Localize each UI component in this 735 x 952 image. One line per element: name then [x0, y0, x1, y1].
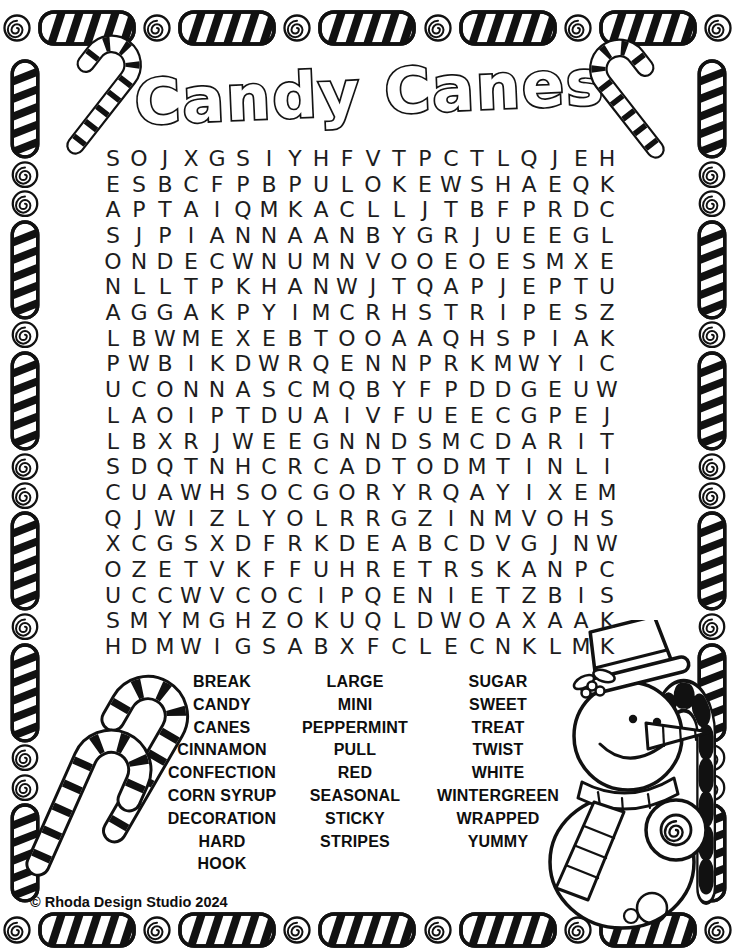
- grid-cell[interactable]: E: [204, 326, 230, 352]
- grid-cell[interactable]: N: [204, 377, 230, 403]
- grid-cell[interactable]: G: [126, 300, 152, 326]
- grid-cell[interactable]: C: [594, 352, 620, 378]
- grid-cell[interactable]: R: [542, 197, 568, 223]
- grid-cell[interactable]: D: [230, 532, 256, 558]
- grid-cell[interactable]: R: [282, 454, 308, 480]
- grid-cell[interactable]: C: [334, 197, 360, 223]
- grid-cell[interactable]: C: [152, 583, 178, 609]
- grid-cell[interactable]: G: [386, 506, 412, 532]
- grid-cell[interactable]: X: [542, 480, 568, 506]
- grid-cell[interactable]: A: [308, 223, 334, 249]
- grid-cell[interactable]: L: [568, 454, 594, 480]
- word-list-item[interactable]: HOOK: [124, 853, 320, 876]
- grid-cell[interactable]: W: [438, 609, 464, 635]
- grid-cell[interactable]: S: [100, 609, 126, 635]
- grid-cell[interactable]: C: [464, 429, 490, 455]
- grid-cell[interactable]: E: [256, 429, 282, 455]
- grid-cell[interactable]: S: [126, 172, 152, 198]
- grid-cell[interactable]: L: [386, 197, 412, 223]
- grid-cell[interactable]: V: [204, 583, 230, 609]
- grid-cell[interactable]: Y: [490, 480, 516, 506]
- grid-cell[interactable]: P: [542, 403, 568, 429]
- grid-cell[interactable]: L: [152, 275, 178, 301]
- grid-cell[interactable]: A: [100, 197, 126, 223]
- word-list-item[interactable]: LARGE: [288, 671, 422, 694]
- grid-cell[interactable]: L: [594, 223, 620, 249]
- grid-cell[interactable]: M: [178, 609, 204, 635]
- grid-cell[interactable]: M: [308, 300, 334, 326]
- grid-cell[interactable]: W: [152, 326, 178, 352]
- grid-cell[interactable]: N: [334, 249, 360, 275]
- grid-cell[interactable]: U: [100, 583, 126, 609]
- grid-cell[interactable]: M: [126, 609, 152, 635]
- grid-cell[interactable]: J: [412, 197, 438, 223]
- word-list-item[interactable]: SUGAR: [418, 671, 578, 694]
- grid-cell[interactable]: O: [256, 583, 282, 609]
- grid-cell[interactable]: C: [100, 480, 126, 506]
- grid-cell[interactable]: E: [594, 249, 620, 275]
- grid-cell[interactable]: E: [282, 429, 308, 455]
- grid-cell[interactable]: U: [126, 480, 152, 506]
- grid-cell[interactable]: V: [204, 557, 230, 583]
- grid-cell[interactable]: D: [568, 197, 594, 223]
- grid-cell[interactable]: W: [438, 172, 464, 198]
- word-list-item[interactable]: MINI: [288, 694, 422, 717]
- grid-cell[interactable]: Y: [386, 377, 412, 403]
- grid-cell[interactable]: W: [126, 352, 152, 378]
- grid-cell[interactable]: Y: [386, 223, 412, 249]
- grid-cell[interactable]: E: [438, 249, 464, 275]
- grid-cell[interactable]: C: [126, 532, 152, 558]
- grid-cell[interactable]: A: [308, 197, 334, 223]
- grid-cell[interactable]: H: [100, 634, 126, 660]
- grid-cell[interactable]: K: [594, 634, 620, 660]
- grid-cell[interactable]: T: [230, 403, 256, 429]
- grid-cell[interactable]: K: [464, 352, 490, 378]
- grid-cell[interactable]: G: [568, 223, 594, 249]
- grid-cell[interactable]: U: [100, 377, 126, 403]
- grid-cell[interactable]: P: [412, 352, 438, 378]
- grid-cell[interactable]: C: [594, 557, 620, 583]
- grid-cell[interactable]: N: [100, 275, 126, 301]
- grid-cell[interactable]: B: [464, 197, 490, 223]
- grid-cell[interactable]: R: [334, 506, 360, 532]
- grid-cell[interactable]: B: [360, 377, 386, 403]
- grid-cell[interactable]: M: [490, 506, 516, 532]
- grid-cell[interactable]: C: [204, 249, 230, 275]
- grid-cell[interactable]: A: [490, 609, 516, 635]
- word-list-item[interactable]: WHITE: [418, 762, 578, 785]
- grid-cell[interactable]: M: [594, 480, 620, 506]
- word-list-item[interactable]: PULL: [288, 739, 422, 762]
- grid-cell[interactable]: I: [256, 146, 282, 172]
- grid-cell[interactable]: N: [412, 583, 438, 609]
- grid-cell[interactable]: H: [568, 506, 594, 532]
- grid-cell[interactable]: I: [204, 634, 230, 660]
- grid-cell[interactable]: L: [100, 429, 126, 455]
- grid-cell[interactable]: F: [256, 557, 282, 583]
- grid-cell[interactable]: T: [464, 146, 490, 172]
- grid-cell[interactable]: S: [568, 300, 594, 326]
- grid-cell[interactable]: U: [282, 403, 308, 429]
- grid-cell[interactable]: B: [282, 326, 308, 352]
- grid-cell[interactable]: G: [516, 532, 542, 558]
- grid-cell[interactable]: V: [360, 146, 386, 172]
- grid-cell[interactable]: I: [334, 403, 360, 429]
- grid-cell[interactable]: E: [438, 403, 464, 429]
- grid-cell[interactable]: R: [542, 429, 568, 455]
- grid-cell[interactable]: O: [542, 506, 568, 532]
- grid-cell[interactable]: X: [204, 532, 230, 558]
- grid-cell[interactable]: A: [152, 480, 178, 506]
- grid-cell[interactable]: N: [360, 429, 386, 455]
- grid-cell[interactable]: L: [412, 634, 438, 660]
- grid-cell[interactable]: F: [282, 557, 308, 583]
- grid-cell[interactable]: C: [282, 583, 308, 609]
- grid-cell[interactable]: N: [542, 557, 568, 583]
- grid-cell[interactable]: O: [334, 480, 360, 506]
- grid-cell[interactable]: J: [594, 403, 620, 429]
- grid-cell[interactable]: J: [204, 429, 230, 455]
- grid-cell[interactable]: B: [360, 223, 386, 249]
- grid-cell[interactable]: D: [360, 454, 386, 480]
- grid-cell[interactable]: Y: [282, 146, 308, 172]
- grid-cell[interactable]: I: [568, 429, 594, 455]
- grid-cell[interactable]: H: [230, 609, 256, 635]
- grid-cell[interactable]: X: [334, 634, 360, 660]
- word-list-item[interactable]: RED: [288, 762, 422, 785]
- grid-cell[interactable]: B: [152, 352, 178, 378]
- grid-cell[interactable]: T: [568, 275, 594, 301]
- grid-cell[interactable]: S: [230, 480, 256, 506]
- grid-cell[interactable]: Q: [334, 377, 360, 403]
- grid-cell[interactable]: P: [152, 223, 178, 249]
- grid-cell[interactable]: I: [568, 583, 594, 609]
- grid-cell[interactable]: P: [230, 172, 256, 198]
- grid-cell[interactable]: Y: [152, 609, 178, 635]
- grid-cell[interactable]: P: [516, 197, 542, 223]
- grid-cell[interactable]: B: [412, 532, 438, 558]
- grid-cell[interactable]: E: [386, 583, 412, 609]
- grid-cell[interactable]: V: [360, 249, 386, 275]
- grid-cell[interactable]: C: [282, 377, 308, 403]
- grid-cell[interactable]: A: [178, 197, 204, 223]
- grid-cell[interactable]: J: [464, 223, 490, 249]
- grid-cell[interactable]: A: [412, 326, 438, 352]
- grid-cell[interactable]: F: [334, 146, 360, 172]
- grid-cell[interactable]: F: [360, 634, 386, 660]
- grid-cell[interactable]: M: [178, 326, 204, 352]
- grid-cell[interactable]: P: [568, 557, 594, 583]
- grid-cell[interactable]: G: [204, 146, 230, 172]
- grid-cell[interactable]: C: [282, 480, 308, 506]
- grid-cell[interactable]: S: [464, 172, 490, 198]
- grid-cell[interactable]: I: [568, 352, 594, 378]
- grid-cell[interactable]: W: [516, 352, 542, 378]
- grid-cell[interactable]: C: [126, 583, 152, 609]
- grid-cell[interactable]: I: [204, 197, 230, 223]
- grid-cell[interactable]: Q: [412, 275, 438, 301]
- grid-cell[interactable]: W: [230, 429, 256, 455]
- grid-cell[interactable]: A: [542, 609, 568, 635]
- grid-cell[interactable]: E: [412, 172, 438, 198]
- grid-cell[interactable]: R: [360, 480, 386, 506]
- grid-cell[interactable]: F: [386, 403, 412, 429]
- grid-cell[interactable]: J: [542, 532, 568, 558]
- grid-cell[interactable]: M: [438, 429, 464, 455]
- grid-cell[interactable]: S: [490, 326, 516, 352]
- word-list-item[interactable]: YUMMY: [418, 831, 578, 854]
- grid-cell[interactable]: S: [464, 557, 490, 583]
- grid-cell[interactable]: O: [360, 326, 386, 352]
- grid-cell[interactable]: K: [308, 609, 334, 635]
- grid-cell[interactable]: C: [438, 146, 464, 172]
- grid-cell[interactable]: K: [230, 557, 256, 583]
- word-list-item[interactable]: STRIPES: [288, 831, 422, 854]
- grid-cell[interactable]: D: [412, 609, 438, 635]
- grid-cell[interactable]: N: [230, 223, 256, 249]
- grid-cell[interactable]: M: [464, 454, 490, 480]
- grid-cell[interactable]: M: [542, 249, 568, 275]
- grid-cell[interactable]: M: [490, 352, 516, 378]
- grid-cell[interactable]: O: [256, 480, 282, 506]
- grid-cell[interactable]: C: [464, 634, 490, 660]
- grid-cell[interactable]: R: [282, 532, 308, 558]
- grid-cell[interactable]: D: [490, 377, 516, 403]
- grid-cell[interactable]: I: [308, 583, 334, 609]
- grid-cell[interactable]: T: [386, 275, 412, 301]
- grid-cell[interactable]: Y: [256, 300, 282, 326]
- grid-cell[interactable]: L: [100, 403, 126, 429]
- grid-cell[interactable]: X: [178, 146, 204, 172]
- grid-cell[interactable]: C: [334, 300, 360, 326]
- grid-cell[interactable]: I: [178, 506, 204, 532]
- word-list-item[interactable]: WRAPPED: [418, 808, 578, 831]
- grid-cell[interactable]: I: [178, 352, 204, 378]
- grid-cell[interactable]: N: [360, 352, 386, 378]
- grid-cell[interactable]: E: [568, 403, 594, 429]
- word-list-item[interactable]: WINTERGREEN: [418, 785, 578, 808]
- grid-cell[interactable]: K: [594, 326, 620, 352]
- grid-cell[interactable]: J: [490, 275, 516, 301]
- grid-cell[interactable]: G: [230, 634, 256, 660]
- grid-cell[interactable]: R: [360, 300, 386, 326]
- grid-cell[interactable]: C: [308, 454, 334, 480]
- grid-cell[interactable]: T: [178, 454, 204, 480]
- grid-cell[interactable]: O: [100, 557, 126, 583]
- grid-cell[interactable]: U: [308, 172, 334, 198]
- grid-cell[interactable]: T: [178, 557, 204, 583]
- grid-cell[interactable]: D: [230, 352, 256, 378]
- grid-cell[interactable]: D: [464, 377, 490, 403]
- grid-cell[interactable]: U: [308, 557, 334, 583]
- grid-cell[interactable]: B: [308, 634, 334, 660]
- grid-cell[interactable]: S: [412, 429, 438, 455]
- grid-cell[interactable]: A: [204, 223, 230, 249]
- grid-cell[interactable]: I: [516, 454, 542, 480]
- word-list-item[interactable]: TREAT: [418, 717, 578, 740]
- grid-cell[interactable]: N: [204, 454, 230, 480]
- grid-cell[interactable]: E: [386, 557, 412, 583]
- grid-cell[interactable]: A: [386, 326, 412, 352]
- grid-cell[interactable]: E: [568, 146, 594, 172]
- grid-cell[interactable]: S: [594, 506, 620, 532]
- grid-cell[interactable]: R: [178, 429, 204, 455]
- grid-cell[interactable]: O: [100, 249, 126, 275]
- grid-cell[interactable]: N: [464, 506, 490, 532]
- grid-cell[interactable]: F: [204, 172, 230, 198]
- grid-cell[interactable]: J: [126, 223, 152, 249]
- grid-cell[interactable]: W: [178, 480, 204, 506]
- grid-cell[interactable]: H: [464, 326, 490, 352]
- grid-cell[interactable]: S: [230, 146, 256, 172]
- grid-cell[interactable]: J: [542, 146, 568, 172]
- grid-cell[interactable]: W: [256, 352, 282, 378]
- grid-cell[interactable]: E: [516, 223, 542, 249]
- grid-cell[interactable]: P: [126, 197, 152, 223]
- grid-cell[interactable]: Y: [542, 352, 568, 378]
- grid-cell[interactable]: V: [360, 403, 386, 429]
- grid-cell[interactable]: T: [386, 146, 412, 172]
- grid-cell[interactable]: K: [204, 300, 230, 326]
- grid-cell[interactable]: E: [542, 377, 568, 403]
- grid-cell[interactable]: E: [516, 275, 542, 301]
- grid-cell[interactable]: O: [464, 249, 490, 275]
- grid-cell[interactable]: U: [568, 377, 594, 403]
- grid-cell[interactable]: M: [308, 249, 334, 275]
- grid-cell[interactable]: S: [100, 454, 126, 480]
- grid-cell[interactable]: N: [568, 532, 594, 558]
- grid-cell[interactable]: R: [282, 352, 308, 378]
- grid-cell[interactable]: S: [178, 532, 204, 558]
- grid-cell[interactable]: G: [204, 609, 230, 635]
- grid-cell[interactable]: D: [438, 454, 464, 480]
- grid-cell[interactable]: A: [282, 634, 308, 660]
- grid-cell[interactable]: L: [360, 197, 386, 223]
- grid-cell[interactable]: P: [516, 300, 542, 326]
- word-list-item[interactable]: SEASONAL: [288, 785, 422, 808]
- grid-cell[interactable]: C: [256, 454, 282, 480]
- grid-cell[interactable]: N: [490, 634, 516, 660]
- grid-cell[interactable]: I: [438, 583, 464, 609]
- grid-cell[interactable]: N: [334, 429, 360, 455]
- grid-cell[interactable]: E: [178, 249, 204, 275]
- grid-cell[interactable]: T: [594, 429, 620, 455]
- grid-cell[interactable]: P: [464, 275, 490, 301]
- grid-cell[interactable]: D: [256, 403, 282, 429]
- grid-cell[interactable]: P: [204, 403, 230, 429]
- grid-cell[interactable]: D: [126, 454, 152, 480]
- grid-cell[interactable]: P: [516, 326, 542, 352]
- grid-cell[interactable]: A: [464, 480, 490, 506]
- grid-cell[interactable]: W: [152, 506, 178, 532]
- grid-cell[interactable]: L: [308, 506, 334, 532]
- grid-cell[interactable]: I: [438, 506, 464, 532]
- grid-cell[interactable]: S: [256, 634, 282, 660]
- grid-cell[interactable]: M: [152, 634, 178, 660]
- grid-cell[interactable]: H: [490, 172, 516, 198]
- grid-cell[interactable]: T: [152, 197, 178, 223]
- grid-cell[interactable]: H: [594, 146, 620, 172]
- grid-cell[interactable]: C: [126, 377, 152, 403]
- grid-cell[interactable]: E: [360, 532, 386, 558]
- grid-cell[interactable]: T: [386, 454, 412, 480]
- grid-cell[interactable]: I: [282, 300, 308, 326]
- grid-cell[interactable]: R: [360, 506, 386, 532]
- grid-cell[interactable]: R: [438, 352, 464, 378]
- grid-cell[interactable]: X: [568, 249, 594, 275]
- grid-cell[interactable]: G: [412, 223, 438, 249]
- grid-cell[interactable]: F: [490, 197, 516, 223]
- grid-cell[interactable]: R: [438, 557, 464, 583]
- grid-cell[interactable]: C: [438, 532, 464, 558]
- grid-cell[interactable]: K: [282, 197, 308, 223]
- grid-cell[interactable]: U: [594, 275, 620, 301]
- grid-cell[interactable]: E: [464, 583, 490, 609]
- grid-cell[interactable]: Z: [204, 506, 230, 532]
- grid-cell[interactable]: K: [516, 634, 542, 660]
- grid-cell[interactable]: A: [516, 429, 542, 455]
- grid-cell[interactable]: L: [126, 275, 152, 301]
- grid-cell[interactable]: Q: [230, 197, 256, 223]
- grid-cell[interactable]: L: [230, 506, 256, 532]
- grid-cell[interactable]: Q: [152, 454, 178, 480]
- grid-cell[interactable]: W: [178, 634, 204, 660]
- grid-cell[interactable]: A: [516, 557, 542, 583]
- grid-cell[interactable]: H: [386, 300, 412, 326]
- grid-cell[interactable]: B: [542, 583, 568, 609]
- grid-cell[interactable]: E: [542, 300, 568, 326]
- grid-cell[interactable]: H: [204, 480, 230, 506]
- grid-cell[interactable]: J: [126, 506, 152, 532]
- grid-cell[interactable]: O: [412, 454, 438, 480]
- grid-cell[interactable]: I: [594, 454, 620, 480]
- grid-cell[interactable]: K: [386, 172, 412, 198]
- grid-cell[interactable]: W: [230, 249, 256, 275]
- grid-cell[interactable]: Q: [438, 480, 464, 506]
- grid-cell[interactable]: X: [230, 326, 256, 352]
- grid-cell[interactable]: A: [308, 403, 334, 429]
- grid-cell[interactable]: P: [542, 275, 568, 301]
- grid-cell[interactable]: O: [152, 377, 178, 403]
- grid-cell[interactable]: Z: [594, 300, 620, 326]
- grid-cell[interactable]: O: [126, 146, 152, 172]
- word-list-item[interactable]: PEPPERMINT: [288, 717, 422, 740]
- grid-cell[interactable]: A: [100, 300, 126, 326]
- grid-cell[interactable]: I: [490, 300, 516, 326]
- word-list-item[interactable]: STICKY: [288, 808, 422, 831]
- grid-cell[interactable]: E: [438, 634, 464, 660]
- grid-cell[interactable]: B: [152, 172, 178, 198]
- grid-cell[interactable]: O: [152, 403, 178, 429]
- grid-cell[interactable]: I: [542, 326, 568, 352]
- grid-cell[interactable]: Z: [256, 609, 282, 635]
- grid-cell[interactable]: B: [256, 172, 282, 198]
- grid-cell[interactable]: L: [542, 634, 568, 660]
- grid-cell[interactable]: S: [594, 583, 620, 609]
- grid-cell[interactable]: M: [256, 197, 282, 223]
- grid-cell[interactable]: W: [178, 583, 204, 609]
- grid-cell[interactable]: C: [230, 583, 256, 609]
- grid-cell[interactable]: H: [334, 557, 360, 583]
- grid-cell[interactable]: B: [126, 429, 152, 455]
- grid-cell[interactable]: W: [334, 275, 360, 301]
- grid-cell[interactable]: V: [490, 532, 516, 558]
- grid-cell[interactable]: E: [568, 480, 594, 506]
- grid-cell[interactable]: U: [282, 249, 308, 275]
- grid-cell[interactable]: T: [178, 275, 204, 301]
- grid-cell[interactable]: E: [152, 557, 178, 583]
